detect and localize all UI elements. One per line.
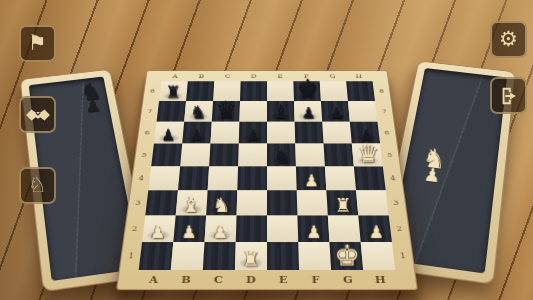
- file-label-d-top: D: [240, 71, 266, 81]
- square-g7[interactable]: ♟: [320, 101, 349, 122]
- square-a5[interactable]: [151, 144, 182, 167]
- file-label-e-bottom: E: [267, 270, 300, 289]
- piece-white-pawn-f2[interactable]: ♟: [298, 224, 329, 241]
- piece-white-rook-d1[interactable]: ♜: [234, 249, 266, 269]
- frame-corner: [145, 71, 162, 81]
- square-h5[interactable]: ♛: [351, 144, 382, 167]
- piece-black-pawn-g7[interactable]: ♟: [322, 106, 350, 121]
- piece-white-pawn-b2[interactable]: ♟: [173, 224, 204, 241]
- file-label-c-top: C: [214, 71, 241, 81]
- square-b2[interactable]: ♟: [173, 216, 206, 243]
- square-g5[interactable]: [323, 144, 353, 167]
- square-a8[interactable]: ♜: [159, 81, 188, 101]
- square-c6[interactable]: [210, 122, 239, 144]
- frame-corner: [117, 270, 138, 289]
- game-scene: ♞♟ ♞♟ ABCDEFGH8♜♚87♞♛♝♟♟76♟♟♟♟65♞♛54♟43♝…: [0, 0, 533, 300]
- chess-board: ABCDEFGH8♜♚87♞♛♝♟♟76♟♟♟♟65♞♛54♟43♝♞♜32♟♟…: [116, 71, 418, 291]
- file-label-a-bottom: A: [136, 270, 170, 289]
- square-b7[interactable]: ♞: [184, 101, 213, 122]
- square-d8[interactable]: [240, 81, 267, 101]
- file-label-h-top: H: [345, 71, 372, 81]
- square-f5[interactable]: [295, 144, 325, 167]
- rank-label-3-right: 3: [385, 190, 406, 215]
- square-d3[interactable]: [236, 190, 266, 215]
- square-a3[interactable]: [145, 190, 178, 215]
- file-label-b-top: B: [187, 71, 214, 81]
- frame-corner: [371, 71, 388, 81]
- piece-white-pawn-f4[interactable]: ♟: [296, 173, 326, 189]
- square-f3[interactable]: [296, 190, 327, 215]
- square-f6[interactable]: [294, 122, 323, 144]
- gear-icon: ⚙: [499, 29, 518, 50]
- square-f7[interactable]: ♟: [293, 101, 321, 122]
- settings-button[interactable]: ⚙: [490, 21, 527, 58]
- square-h8[interactable]: [346, 81, 375, 101]
- file-label-c-bottom: C: [201, 270, 234, 289]
- square-g3[interactable]: ♜: [326, 190, 358, 215]
- square-d2[interactable]: [235, 216, 266, 243]
- square-g6[interactable]: [322, 122, 352, 144]
- square-b8[interactable]: [186, 81, 214, 101]
- square-d4[interactable]: [237, 166, 267, 190]
- square-g8[interactable]: [319, 81, 347, 101]
- square-f4[interactable]: ♟: [295, 166, 325, 190]
- square-d6[interactable]: ♟: [238, 122, 266, 144]
- square-h2[interactable]: ♟: [358, 216, 392, 243]
- square-f2[interactable]: ♟: [297, 216, 329, 243]
- square-f8[interactable]: ♚: [293, 81, 321, 101]
- piece-white-pawn-a2[interactable]: ♟: [142, 224, 173, 241]
- square-g1[interactable]: ♚: [329, 242, 363, 270]
- square-b3[interactable]: ♝: [175, 190, 207, 215]
- square-a7[interactable]: [156, 101, 185, 122]
- rank-label-7-right: 7: [374, 101, 393, 122]
- square-a4[interactable]: [148, 166, 180, 190]
- file-label-a-top: A: [161, 71, 188, 81]
- file-label-d-bottom: D: [234, 270, 267, 289]
- file-label-e-top: E: [267, 71, 293, 81]
- square-a2[interactable]: ♟: [142, 216, 176, 243]
- piece-black-knight-e5[interactable]: ♞: [267, 147, 296, 166]
- rank-label-8-right: 8: [372, 81, 390, 101]
- square-e3[interactable]: [267, 190, 297, 215]
- flag-icon: ⚑: [28, 33, 47, 54]
- piece-white-pawn-c2[interactable]: ♟: [204, 224, 235, 241]
- square-c5[interactable]: [209, 144, 239, 167]
- piece-black-pawn-a6[interactable]: ♟: [153, 127, 181, 143]
- draw-offer-button[interactable]: [19, 96, 56, 133]
- square-f1[interactable]: [298, 242, 331, 270]
- square-e2[interactable]: [267, 216, 298, 243]
- square-d5[interactable]: [238, 144, 267, 167]
- file-label-h-bottom: H: [363, 270, 397, 289]
- captured-black-pawn: ♟: [84, 96, 101, 115]
- square-e1[interactable]: [267, 242, 299, 270]
- square-d7[interactable]: [239, 101, 267, 122]
- square-a1[interactable]: [138, 242, 173, 270]
- rank-label-5-left: 5: [134, 144, 154, 167]
- square-c2[interactable]: ♟: [204, 216, 236, 243]
- piece-black-pawn-b6[interactable]: ♟: [182, 127, 210, 143]
- piece-black-bishop-e7[interactable]: ♝: [267, 102, 295, 121]
- captured-white-pawn: ♟: [422, 165, 441, 185]
- square-b5[interactable]: [180, 144, 210, 167]
- new-game-knight-button[interactable]: ♘: [19, 167, 56, 204]
- square-e6[interactable]: [267, 122, 295, 144]
- captured-black-pieces: ♞♟: [78, 82, 105, 116]
- piece-black-pawn-f7[interactable]: ♟: [294, 106, 322, 121]
- square-d1[interactable]: ♜: [234, 242, 266, 270]
- file-label-b-bottom: B: [169, 270, 203, 289]
- piece-white-king-g1[interactable]: ♚: [331, 241, 363, 270]
- rank-label-4-right: 4: [382, 166, 402, 190]
- file-label-f-bottom: F: [299, 270, 332, 289]
- piece-white-knight-c3[interactable]: ♞: [206, 195, 236, 215]
- exit-button[interactable]: [490, 77, 527, 114]
- square-c7[interactable]: ♛: [211, 101, 239, 122]
- file-label-g-top: G: [319, 71, 346, 81]
- handshake-icon: [25, 106, 51, 124]
- rank-label-1-right: 1: [391, 242, 413, 270]
- square-e7[interactable]: ♝: [267, 101, 295, 122]
- piece-white-bishop-b3[interactable]: ♝: [175, 194, 205, 215]
- square-h3[interactable]: [356, 190, 389, 215]
- piece-white-pawn-h2[interactable]: ♟: [360, 224, 391, 241]
- square-c1[interactable]: [202, 242, 235, 270]
- frame-corner: [395, 270, 416, 289]
- square-c3[interactable]: ♞: [206, 190, 237, 215]
- file-label-g-bottom: G: [331, 270, 365, 289]
- piece-black-queen-c7[interactable]: ♛: [211, 98, 239, 121]
- square-e4[interactable]: [267, 166, 297, 190]
- square-h7[interactable]: [347, 101, 376, 122]
- square-g4[interactable]: [324, 166, 355, 190]
- rank-label-7-left: 7: [140, 101, 159, 122]
- piece-white-queen-h5[interactable]: ♛: [353, 142, 382, 166]
- piece-black-rook-a8[interactable]: ♜: [159, 84, 186, 101]
- resign-flag-button[interactable]: ⚑: [19, 25, 56, 62]
- square-b1[interactable]: [170, 242, 204, 270]
- board-frame: ABCDEFGH8♜♚87♞♛♝♟♟76♟♟♟♟65♞♛54♟43♝♞♜32♟♟…: [116, 71, 418, 291]
- square-e5[interactable]: ♞: [267, 144, 296, 167]
- square-e8[interactable]: [267, 81, 294, 101]
- square-a6[interactable]: ♟: [153, 122, 183, 144]
- square-b6[interactable]: ♟: [182, 122, 212, 144]
- piece-black-king-f8[interactable]: ♚: [293, 76, 320, 100]
- square-h1[interactable]: [360, 242, 395, 270]
- exit-icon: [498, 85, 520, 107]
- knight-icon: ♘: [28, 175, 47, 196]
- square-b4[interactable]: [177, 166, 208, 190]
- piece-black-knight-b7[interactable]: ♞: [184, 103, 212, 121]
- square-c4[interactable]: [207, 166, 237, 190]
- captured-white-pieces: ♞♟: [419, 147, 448, 186]
- piece-black-pawn-d6[interactable]: ♟: [238, 127, 266, 143]
- square-h4[interactable]: [353, 166, 385, 190]
- piece-white-rook-g3[interactable]: ♜: [327, 196, 357, 215]
